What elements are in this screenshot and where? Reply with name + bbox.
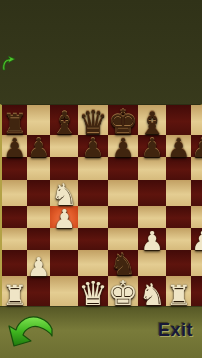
square-e3[interactable] (108, 228, 138, 250)
square-f4[interactable] (138, 206, 166, 228)
square-g5[interactable] (166, 180, 191, 206)
square-c4[interactable]: ♟ (50, 206, 78, 228)
square-d3[interactable] (78, 228, 108, 250)
square-d6[interactable] (78, 157, 108, 179)
square-c7[interactable] (50, 135, 78, 157)
square-d4[interactable] (78, 206, 108, 228)
exit-button[interactable]: Exit (158, 320, 193, 341)
square-h1[interactable] (191, 276, 202, 306)
square-b8[interactable] (27, 105, 50, 135)
square-f5[interactable] (138, 180, 166, 206)
square-c1[interactable] (50, 276, 78, 306)
piece-black-king: ♚ (108, 105, 138, 139)
square-h6[interactable] (191, 157, 202, 179)
square-c3[interactable] (50, 228, 78, 250)
square-b2[interactable]: ♟ (27, 250, 50, 276)
square-b5[interactable] (27, 180, 50, 206)
square-e6[interactable] (108, 157, 138, 179)
square-d1[interactable]: ♛ (78, 276, 108, 306)
square-h8[interactable] (191, 105, 202, 135)
square-d5[interactable] (78, 180, 108, 206)
square-f8[interactable]: ♝ (138, 105, 166, 135)
square-f6[interactable] (138, 157, 166, 179)
square-a4[interactable] (2, 206, 27, 228)
square-e1[interactable]: ♚ (108, 276, 138, 306)
square-h7[interactable]: ♟ (191, 135, 202, 157)
square-c8[interactable]: ♝ (50, 105, 78, 135)
square-g4[interactable] (166, 206, 191, 228)
square-e5[interactable] (108, 180, 138, 206)
square-g6[interactable] (166, 157, 191, 179)
bottom-toolbar: Exit (0, 306, 202, 358)
square-c5[interactable]: ♞ (50, 180, 78, 206)
square-b1[interactable] (27, 276, 50, 306)
square-a5[interactable] (2, 180, 27, 206)
square-b4[interactable] (27, 206, 50, 228)
square-h3[interactable]: ♟ (191, 228, 202, 250)
square-e2[interactable]: ♞ (108, 250, 138, 276)
square-h2[interactable] (191, 250, 202, 276)
square-a3[interactable] (2, 228, 27, 250)
square-f2[interactable] (138, 250, 166, 276)
square-d2[interactable] (78, 250, 108, 276)
square-c2[interactable] (50, 250, 78, 276)
square-a2[interactable] (2, 250, 27, 276)
square-g7[interactable]: ♟ (166, 135, 191, 157)
square-b3[interactable] (27, 228, 50, 250)
square-d7[interactable]: ♟ (78, 135, 108, 157)
square-g8[interactable] (166, 105, 191, 135)
square-h4[interactable] (191, 206, 202, 228)
square-e7[interactable]: ♟ (108, 135, 138, 157)
square-e4[interactable] (108, 206, 138, 228)
square-f3[interactable]: ♟ (138, 228, 166, 250)
square-a6[interactable] (2, 157, 27, 179)
chess-board: ♜♝♛♚♝♟♟♟♟♟♟♟♞♟♟♟♟♞♜♛♚♞♜ (0, 104, 202, 306)
square-c6[interactable] (50, 157, 78, 179)
square-g2[interactable] (166, 250, 191, 276)
undo-arrow-icon[interactable] (7, 314, 55, 352)
square-d8[interactable]: ♛ (78, 105, 108, 135)
piece-white-king: ♚ (108, 276, 138, 310)
chess-app-screen: ♜♝♛♚♝♟♟♟♟♟♟♟♞♟♟♟♟♞♜♛♚♞♜ Exit (0, 0, 202, 358)
square-a8[interactable]: ♜ (2, 105, 27, 135)
square-b6[interactable] (27, 157, 50, 179)
forward-arrow-icon[interactable] (2, 56, 15, 71)
square-h5[interactable] (191, 180, 202, 206)
square-f7[interactable]: ♟ (138, 135, 166, 157)
square-g3[interactable] (166, 228, 191, 250)
square-g1[interactable]: ♜ (166, 276, 191, 306)
square-f1[interactable]: ♞ (138, 276, 166, 306)
square-e8[interactable]: ♚ (108, 105, 138, 135)
square-a1[interactable]: ♜ (2, 276, 27, 306)
square-b7[interactable]: ♟ (27, 135, 50, 157)
square-a7[interactable]: ♟ (2, 135, 27, 157)
